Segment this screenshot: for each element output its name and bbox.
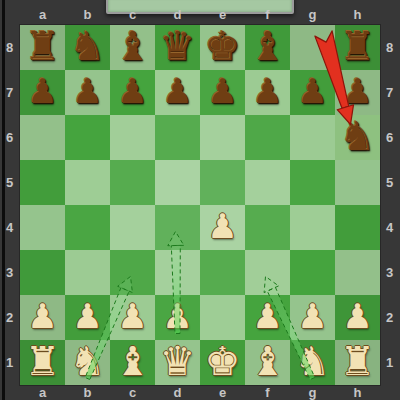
- black-knight-b8[interactable]: ♞: [70, 24, 106, 69]
- file-label-bottom-e: e: [213, 385, 233, 400]
- black-rook-h8[interactable]: ♜: [340, 24, 376, 69]
- rank-label-left-2: 2: [1, 310, 18, 326]
- square-c6[interactable]: [110, 115, 155, 160]
- white-pawn-b2[interactable]: ♟: [72, 294, 102, 339]
- chess-app-window: abcdefgh abcdefgh 87654321 87654321 ♜♞♝♛…: [0, 0, 400, 400]
- square-d5[interactable]: [155, 160, 200, 205]
- square-b4[interactable]: [65, 205, 110, 250]
- file-label-top-e: e: [213, 7, 233, 23]
- square-a8[interactable]: ♜: [20, 25, 65, 70]
- square-c3[interactable]: [110, 250, 155, 295]
- square-b2[interactable]: ♟: [65, 295, 110, 340]
- white-knight-g1[interactable]: ♞: [295, 339, 331, 384]
- square-b3[interactable]: [65, 250, 110, 295]
- file-label-top-c: c: [123, 7, 143, 23]
- rank-label-left-6: 6: [1, 130, 18, 146]
- black-king-e8[interactable]: ♚: [205, 24, 241, 69]
- square-c2[interactable]: ♟: [110, 295, 155, 340]
- square-f4[interactable]: [245, 205, 290, 250]
- black-pawn-f7[interactable]: ♟: [252, 69, 282, 114]
- black-pawn-e7[interactable]: ♟: [207, 69, 237, 114]
- square-f2[interactable]: ♟: [245, 295, 290, 340]
- square-a3[interactable]: [20, 250, 65, 295]
- white-bishop-f1[interactable]: ♝: [250, 339, 286, 384]
- rank-label-left-3: 3: [1, 265, 18, 281]
- white-rook-a1[interactable]: ♜: [25, 339, 61, 384]
- square-a5[interactable]: [20, 160, 65, 205]
- rank-label-left-4: 4: [1, 220, 18, 236]
- white-bishop-c1[interactable]: ♝: [115, 339, 151, 384]
- square-e7[interactable]: ♟: [200, 70, 245, 115]
- square-c5[interactable]: [110, 160, 155, 205]
- square-g6[interactable]: [290, 115, 335, 160]
- square-b5[interactable]: [65, 160, 110, 205]
- square-g5[interactable]: [290, 160, 335, 205]
- rank-label-right-8: 8: [381, 40, 398, 56]
- file-label-bottom-b: b: [78, 385, 98, 400]
- square-d7[interactable]: ♟: [155, 70, 200, 115]
- black-pawn-c7[interactable]: ♟: [117, 69, 147, 114]
- black-pawn-d7[interactable]: ♟: [162, 69, 192, 114]
- rank-label-right-5: 5: [381, 175, 398, 191]
- square-h8[interactable]: ♜: [335, 25, 380, 70]
- black-pawn-b7[interactable]: ♟: [72, 69, 102, 114]
- white-pawn-c2[interactable]: ♟: [117, 294, 147, 339]
- chess-board: ♜♞♝♛♚♝♜♟♟♟♟♟♟♟♟♞♟♟♟♟♟♟♟♟♜♞♝♛♚♝♞♜: [20, 25, 380, 385]
- square-b7[interactable]: ♟: [65, 70, 110, 115]
- rank-label-right-1: 1: [381, 355, 398, 371]
- square-a2[interactable]: ♟: [20, 295, 65, 340]
- square-d1[interactable]: ♛: [155, 340, 200, 385]
- file-label-top-f: f: [258, 7, 278, 23]
- square-e2[interactable]: [200, 295, 245, 340]
- white-pawn-d2[interactable]: ♟: [162, 294, 192, 339]
- square-f5[interactable]: [245, 160, 290, 205]
- square-h3[interactable]: [335, 250, 380, 295]
- square-g7[interactable]: ♟: [290, 70, 335, 115]
- black-rook-a8[interactable]: ♜: [25, 24, 61, 69]
- square-e3[interactable]: [200, 250, 245, 295]
- white-pawn-a2[interactable]: ♟: [27, 294, 57, 339]
- square-a1[interactable]: ♜: [20, 340, 65, 385]
- square-d4[interactable]: [155, 205, 200, 250]
- square-f3[interactable]: [245, 250, 290, 295]
- square-f6[interactable]: [245, 115, 290, 160]
- black-queen-d8[interactable]: ♛: [160, 24, 196, 69]
- square-b8[interactable]: ♞: [65, 25, 110, 70]
- black-pawn-g7[interactable]: ♟: [297, 69, 327, 114]
- rank-label-right-7: 7: [381, 85, 398, 101]
- square-c4[interactable]: [110, 205, 155, 250]
- square-d3[interactable]: [155, 250, 200, 295]
- square-c8[interactable]: ♝: [110, 25, 155, 70]
- black-bishop-c8[interactable]: ♝: [115, 24, 151, 69]
- file-label-top-h: h: [348, 7, 368, 23]
- file-label-bottom-f: f: [258, 385, 278, 400]
- black-pawn-a7[interactable]: ♟: [27, 69, 57, 114]
- file-label-bottom-h: h: [348, 385, 368, 400]
- rank-label-left-8: 8: [1, 40, 18, 56]
- white-pawn-e4[interactable]: ♟: [207, 204, 237, 249]
- square-f8[interactable]: ♝: [245, 25, 290, 70]
- rank-label-right-3: 3: [381, 265, 398, 281]
- file-label-bottom-g: g: [303, 385, 323, 400]
- square-a4[interactable]: [20, 205, 65, 250]
- file-label-top-b: b: [78, 7, 98, 23]
- rank-label-right-2: 2: [381, 310, 398, 326]
- file-label-bottom-c: c: [123, 385, 143, 400]
- rank-label-left-1: 1: [1, 355, 18, 371]
- square-a6[interactable]: [20, 115, 65, 160]
- white-queen-d1[interactable]: ♛: [160, 339, 196, 384]
- white-king-e1[interactable]: ♚: [205, 339, 241, 384]
- square-h7[interactable]: ♟: [335, 70, 380, 115]
- square-f7[interactable]: ♟: [245, 70, 290, 115]
- square-e8[interactable]: ♚: [200, 25, 245, 70]
- white-knight-b1[interactable]: ♞: [70, 339, 106, 384]
- square-h1[interactable]: ♜: [335, 340, 380, 385]
- rank-label-right-6: 6: [381, 130, 398, 146]
- square-f1[interactable]: ♝: [245, 340, 290, 385]
- square-e6[interactable]: [200, 115, 245, 160]
- square-d6[interactable]: [155, 115, 200, 160]
- rank-label-right-4: 4: [381, 220, 398, 236]
- file-label-top-a: a: [33, 7, 53, 23]
- square-d8[interactable]: ♛: [155, 25, 200, 70]
- window-edge-line: [2, 0, 5, 400]
- square-h2[interactable]: ♟: [335, 295, 380, 340]
- square-g2[interactable]: ♟: [290, 295, 335, 340]
- square-a7[interactable]: ♟: [20, 70, 65, 115]
- file-label-top-d: d: [168, 7, 188, 23]
- square-g1[interactable]: ♞: [290, 340, 335, 385]
- file-label-bottom-d: d: [168, 385, 188, 400]
- square-d2[interactable]: ♟: [155, 295, 200, 340]
- square-e4[interactable]: ♟: [200, 205, 245, 250]
- black-bishop-f8[interactable]: ♝: [250, 24, 286, 69]
- square-g3[interactable]: [290, 250, 335, 295]
- square-g8[interactable]: [290, 25, 335, 70]
- rank-label-left-5: 5: [1, 175, 18, 191]
- square-h5[interactable]: [335, 160, 380, 205]
- file-label-bottom-a: a: [33, 385, 53, 400]
- square-e1[interactable]: ♚: [200, 340, 245, 385]
- square-h4[interactable]: [335, 205, 380, 250]
- black-pawn-h7[interactable]: ♟: [342, 69, 372, 114]
- white-pawn-g2[interactable]: ♟: [297, 294, 327, 339]
- rank-label-left-7: 7: [1, 85, 18, 101]
- square-g4[interactable]: [290, 205, 335, 250]
- file-label-top-g: g: [303, 7, 323, 23]
- square-c7[interactable]: ♟: [110, 70, 155, 115]
- white-rook-h1[interactable]: ♜: [340, 339, 376, 384]
- square-e5[interactable]: [200, 160, 245, 205]
- square-h6[interactable]: ♞: [335, 115, 380, 160]
- square-b1[interactable]: ♞: [65, 340, 110, 385]
- square-b6[interactable]: [65, 115, 110, 160]
- square-c1[interactable]: ♝: [110, 340, 155, 385]
- white-pawn-h2[interactable]: ♟: [342, 294, 372, 339]
- white-pawn-f2[interactable]: ♟: [252, 294, 282, 339]
- black-knight-h6[interactable]: ♞: [340, 114, 376, 159]
